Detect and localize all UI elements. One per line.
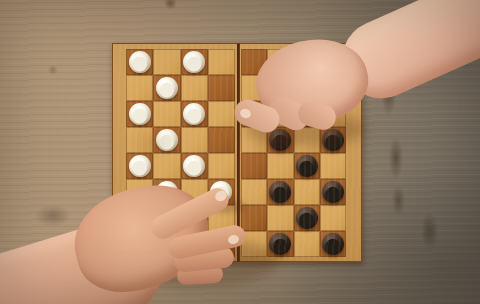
square-r4-c1[interactable] [153,153,180,179]
square-r1-c3[interactable] [208,75,235,101]
square-r2-c0[interactable]: ● [126,101,153,127]
square-r5-c5[interactable]: ● [267,179,293,205]
square-r2-c1[interactable] [153,101,180,127]
black-checker-piece[interactable]: ● [269,181,291,203]
square-r6-c4[interactable] [241,205,267,231]
white-checker-piece[interactable]: ● [129,155,151,177]
black-checker-piece[interactable]: ● [296,155,318,177]
white-checker-piece[interactable]: ● [183,103,205,125]
square-r5-c6[interactable] [294,179,320,205]
black-checker-piece[interactable]: ● [322,181,344,203]
square-r4-c5[interactable] [267,153,293,179]
square-r2-c2[interactable]: ● [181,101,208,127]
square-r3-c1[interactable]: ● [153,127,180,153]
square-r0-c3[interactable] [208,49,235,75]
square-r7-c7[interactable]: ● [320,231,346,257]
square-r4-c3[interactable] [208,153,235,179]
square-r1-c1[interactable]: ● [153,75,180,101]
square-r5-c7[interactable]: ● [320,179,346,205]
square-r6-c6[interactable]: ● [294,205,320,231]
square-r6-c5[interactable] [267,205,293,231]
white-checker-piece[interactable]: ● [156,129,178,151]
white-checker-piece[interactable]: ● [156,77,178,99]
white-checker-piece[interactable]: ● [129,103,151,125]
square-r3-c0[interactable] [126,127,153,153]
square-r7-c6[interactable] [294,231,320,257]
checkers-photo-scene: ●●●●●●●●●● ●●●●●●●●●● [0,0,480,304]
square-r0-c1[interactable] [153,49,180,75]
square-r0-c0[interactable]: ● [126,49,153,75]
square-r4-c6[interactable]: ● [294,153,320,179]
black-checker-piece[interactable]: ● [296,207,318,229]
square-r4-c0[interactable]: ● [126,153,153,179]
square-r1-c2[interactable] [181,75,208,101]
square-r4-c4[interactable] [241,153,267,179]
white-checker-piece[interactable]: ● [183,51,205,73]
square-r5-c4[interactable] [241,179,267,205]
black-checker-piece[interactable]: ● [269,233,291,255]
square-r4-c7[interactable] [320,153,346,179]
square-r6-c7[interactable] [320,205,346,231]
square-r2-c3[interactable] [208,101,235,127]
square-r4-c2[interactable]: ● [181,153,208,179]
white-checker-piece[interactable]: ● [183,155,205,177]
white-checker-piece[interactable]: ● [129,51,151,73]
black-checker-piece[interactable]: ● [322,233,344,255]
square-r0-c2[interactable]: ● [181,49,208,75]
square-r3-c2[interactable] [181,127,208,153]
square-r3-c3[interactable] [208,127,235,153]
square-r1-c0[interactable] [126,75,153,101]
